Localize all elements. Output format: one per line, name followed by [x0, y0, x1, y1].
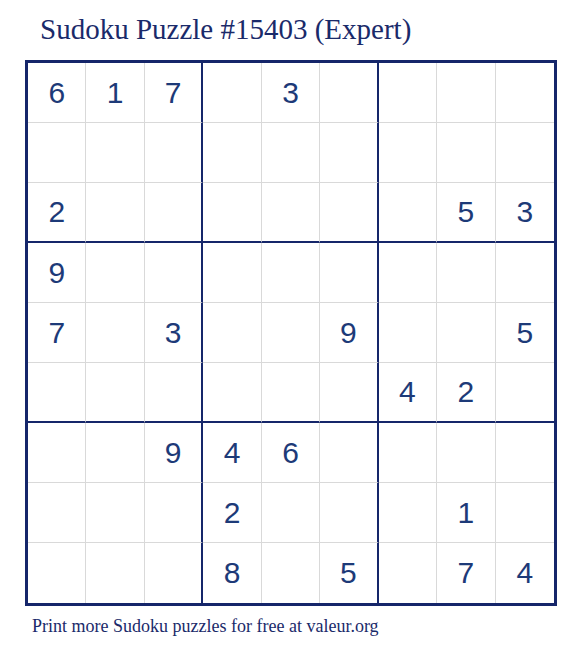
cell-r9c7 — [379, 543, 437, 603]
cell-r8c1 — [28, 483, 86, 543]
cell-r3c8: 5 — [437, 183, 495, 243]
cell-r7c5: 6 — [262, 423, 320, 483]
cell-r5c4 — [203, 303, 261, 363]
cell-r9c8: 7 — [437, 543, 495, 603]
cell-r2c5 — [262, 123, 320, 183]
cell-r8c7 — [379, 483, 437, 543]
cell-r9c6: 5 — [320, 543, 378, 603]
cell-r6c6 — [320, 363, 378, 423]
cell-r3c4 — [203, 183, 261, 243]
cell-r4c4 — [203, 243, 261, 303]
cell-r2c8 — [437, 123, 495, 183]
cell-r4c1: 9 — [28, 243, 86, 303]
cell-r5c1: 7 — [28, 303, 86, 363]
cell-r9c3 — [145, 543, 203, 603]
cell-r6c3 — [145, 363, 203, 423]
cell-r9c2 — [86, 543, 144, 603]
cell-r3c6 — [320, 183, 378, 243]
cell-r2c6 — [320, 123, 378, 183]
cell-r9c5 — [262, 543, 320, 603]
cell-r6c1 — [28, 363, 86, 423]
cell-r7c4: 4 — [203, 423, 261, 483]
cell-r7c1 — [28, 423, 86, 483]
footer-text: Print more Sudoku puzzles for free at va… — [32, 616, 379, 637]
cell-r5c5 — [262, 303, 320, 363]
cell-r6c4 — [203, 363, 261, 423]
cell-r8c3 — [145, 483, 203, 543]
cell-r5c2 — [86, 303, 144, 363]
cell-r1c8 — [437, 63, 495, 123]
cell-r5c7 — [379, 303, 437, 363]
cell-r9c9: 4 — [496, 543, 554, 603]
cell-r3c5 — [262, 183, 320, 243]
page-title: Sudoku Puzzle #15403 (Expert) — [40, 12, 411, 46]
cell-r6c7: 4 — [379, 363, 437, 423]
cell-r1c5: 3 — [262, 63, 320, 123]
cell-r8c6 — [320, 483, 378, 543]
cell-r4c2 — [86, 243, 144, 303]
cell-r4c6 — [320, 243, 378, 303]
cell-r7c2 — [86, 423, 144, 483]
cell-r8c4: 2 — [203, 483, 261, 543]
cell-r7c9 — [496, 423, 554, 483]
cell-r3c1: 2 — [28, 183, 86, 243]
cell-r1c4 — [203, 63, 261, 123]
cell-r4c5 — [262, 243, 320, 303]
cell-r2c7 — [379, 123, 437, 183]
cell-r4c9 — [496, 243, 554, 303]
cell-r1c9 — [496, 63, 554, 123]
cell-r3c2 — [86, 183, 144, 243]
cell-r1c2: 1 — [86, 63, 144, 123]
cell-r6c9 — [496, 363, 554, 423]
cell-r6c8: 2 — [437, 363, 495, 423]
cell-r8c5 — [262, 483, 320, 543]
cell-r5c6: 9 — [320, 303, 378, 363]
cell-r6c5 — [262, 363, 320, 423]
sudoku-page: Sudoku Puzzle #15403 (Expert) 6173253973… — [0, 0, 580, 651]
cell-r3c9: 3 — [496, 183, 554, 243]
cell-r3c3 — [145, 183, 203, 243]
cell-r8c8: 1 — [437, 483, 495, 543]
cell-r1c3: 7 — [145, 63, 203, 123]
cell-r2c1 — [28, 123, 86, 183]
cell-r1c1: 6 — [28, 63, 86, 123]
cell-r1c7 — [379, 63, 437, 123]
cell-r5c8 — [437, 303, 495, 363]
cell-r5c9: 5 — [496, 303, 554, 363]
cell-r4c8 — [437, 243, 495, 303]
cell-r9c1 — [28, 543, 86, 603]
cell-r7c7 — [379, 423, 437, 483]
cell-r7c3: 9 — [145, 423, 203, 483]
cell-r4c3 — [145, 243, 203, 303]
cell-r9c4: 8 — [203, 543, 261, 603]
cell-r2c3 — [145, 123, 203, 183]
cell-r3c7 — [379, 183, 437, 243]
cell-r6c2 — [86, 363, 144, 423]
cell-r2c2 — [86, 123, 144, 183]
cell-r2c4 — [203, 123, 261, 183]
cell-r5c3: 3 — [145, 303, 203, 363]
cell-r7c6 — [320, 423, 378, 483]
cell-r8c9 — [496, 483, 554, 543]
cell-r4c7 — [379, 243, 437, 303]
cell-r8c2 — [86, 483, 144, 543]
cell-r7c8 — [437, 423, 495, 483]
cell-r2c9 — [496, 123, 554, 183]
cell-r1c6 — [320, 63, 378, 123]
sudoku-board: 61732539739542946218574 — [25, 60, 557, 606]
